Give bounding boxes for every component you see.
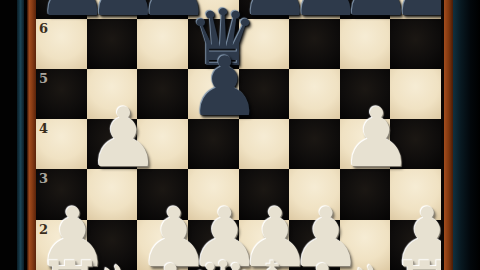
- piece-black-pawn-a7[interactable]: ♟: [36, 0, 87, 28]
- left-accent-stripe: [17, 0, 24, 270]
- piece-white-bishop-f1[interactable]: ♝: [289, 254, 340, 270]
- left-outer-panel: [0, 0, 17, 270]
- piece-white-knight-b1[interactable]: ♞: [87, 256, 138, 270]
- piece-white-king-e1[interactable]: ♚: [239, 252, 290, 270]
- piece-black-pawn-f7[interactable]: ♟: [289, 0, 340, 28]
- piece-black-pawn-c7[interactable]: ♟: [137, 0, 188, 28]
- piece-white-pawn-g4[interactable]: ♟: [340, 97, 391, 179]
- piece-black-pawn-b7[interactable]: ♟: [87, 0, 138, 28]
- piece-white-queen-d1[interactable]: ♛: [188, 251, 239, 270]
- square-f5[interactable]: [289, 69, 340, 119]
- piece-black-pawn-d5[interactable]: ♟: [188, 46, 239, 128]
- piece-white-knight-g1[interactable]: ♞: [340, 256, 391, 270]
- board-frame-right: [444, 0, 453, 270]
- piece-white-pawn-b4[interactable]: ♟: [87, 97, 138, 179]
- piece-white-bishop-c1[interactable]: ♝: [137, 254, 188, 270]
- piece-black-pawn-g7[interactable]: ♟: [340, 0, 391, 28]
- board-frame-left: [27, 0, 36, 270]
- square-f4[interactable]: [289, 119, 340, 169]
- square-a5[interactable]: [36, 69, 87, 119]
- right-outer-panel: [453, 0, 480, 270]
- piece-black-pawn-h7[interactable]: ♟: [390, 0, 441, 28]
- square-a4[interactable]: [36, 119, 87, 169]
- piece-white-rook-a1[interactable]: ♜: [36, 252, 87, 270]
- piece-white-rook-h1[interactable]: ♜: [390, 252, 441, 270]
- chess-app-board-view: 65432♟♟♟♟♟♟♟♛♟♟♟♟♟♟♟♟♟♜♞♝♛♚♝♞♜: [0, 0, 480, 270]
- chess-board[interactable]: 65432♟♟♟♟♟♟♟♛♟♟♟♟♟♟♟♟♟♜♞♝♛♚♝♞♜: [36, 0, 441, 270]
